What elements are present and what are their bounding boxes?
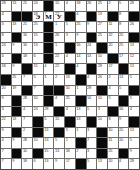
- letter-cell[interactable]: 24: [33, 107, 43, 117]
- black-cell: [65, 43, 75, 53]
- letter-cell[interactable]: 13: [44, 159, 54, 169]
- black-cell: [129, 117, 139, 127]
- letter-cell[interactable]: 3: [1, 107, 11, 117]
- letter-cell[interactable]: 16: [76, 43, 86, 53]
- cell-number: 4: [76, 64, 78, 68]
- letter-cell[interactable]: 5: [65, 22, 75, 32]
- letter-cell[interactable]: 18: [65, 149, 75, 159]
- cell-number: 25: [108, 149, 112, 153]
- letter-cell[interactable]: 13: [76, 117, 86, 127]
- letter-cell[interactable]: 11: [108, 22, 118, 32]
- cell-number: 24: [34, 1, 38, 5]
- letter-cell[interactable]: 4: [119, 159, 129, 169]
- cell-number: 16: [76, 43, 80, 47]
- cell-number: 4: [66, 1, 68, 5]
- cell-number: 28: [87, 86, 91, 90]
- cell-number: 9: [2, 96, 4, 100]
- letter-cell[interactable]: 22: [54, 54, 64, 64]
- cell-number: 9: [12, 138, 14, 142]
- cell-letter: У: [54, 14, 64, 21]
- black-cell: [76, 96, 86, 106]
- cell-number: 10: [98, 117, 102, 121]
- cell-number: 8: [119, 22, 121, 26]
- letter-cell[interactable]: 1: [76, 128, 86, 138]
- black-cell: [12, 54, 22, 64]
- letter-cell[interactable]: 8: [108, 117, 118, 127]
- letter-cell[interactable]: 4: [1, 12, 11, 22]
- black-cell: [12, 12, 22, 22]
- letter-cell[interactable]: 18: [76, 1, 86, 11]
- cell-number: 8: [2, 33, 4, 37]
- letter-cell[interactable]: 16: [119, 107, 129, 117]
- letter-cell[interactable]: 1: [44, 75, 54, 85]
- letter-cell[interactable]: 28: [1, 1, 11, 11]
- cell-number: 8: [119, 12, 121, 16]
- letter-cell[interactable]: 1: [54, 43, 64, 53]
- letter-cell[interactable]: 26: [54, 33, 64, 43]
- letter-cell[interactable]: 18: [22, 54, 32, 64]
- black-cell: [65, 12, 75, 22]
- letter-cell[interactable]: 10: [97, 117, 107, 127]
- letter-cell[interactable]: 10: [33, 138, 43, 148]
- letter-cell[interactable]: 13: [129, 43, 139, 53]
- letter-cell[interactable]: 20: [1, 86, 11, 96]
- letter-cell[interactable]: 3: [87, 128, 97, 138]
- cell-number: 5: [119, 1, 121, 5]
- letter-cell[interactable]: 2: [108, 75, 118, 85]
- cell-number: 1: [55, 43, 57, 47]
- cell-number: 13: [44, 159, 48, 163]
- cell-number: 7: [87, 138, 89, 142]
- letter-cell[interactable]: 26: [129, 22, 139, 32]
- letter-cell[interactable]: 12: [129, 54, 139, 64]
- black-cell: [87, 64, 97, 74]
- cell-number: 9: [2, 128, 4, 132]
- cell-number: 10: [119, 138, 123, 142]
- cell-number: 9: [55, 159, 57, 163]
- letter-cell[interactable]: 26: [87, 1, 97, 11]
- cell-number: 28: [44, 107, 48, 111]
- letter-cell[interactable]: 4: [65, 107, 75, 117]
- cell-number: 13: [76, 117, 80, 121]
- letter-cell[interactable]: 25: [97, 33, 107, 43]
- letter-cell[interactable]: 5: [129, 138, 139, 148]
- letter-cell[interactable]: 3: [1, 22, 11, 32]
- letter-cell[interactable]: 19: [12, 86, 22, 96]
- black-cell: [12, 149, 22, 159]
- black-cell: [54, 86, 64, 96]
- cell-number: 26: [98, 75, 102, 79]
- cell-number: 6: [34, 159, 36, 163]
- letter-cell[interactable]: 25: [76, 22, 86, 32]
- cell-number: 20: [119, 33, 123, 37]
- letter-cell[interactable]: 13: [119, 75, 129, 85]
- cell-number: 5: [119, 86, 121, 90]
- letter-cell[interactable]: 5: [65, 128, 75, 138]
- letter-cell[interactable]: 13: [44, 128, 54, 138]
- cell-number: 10: [66, 86, 70, 90]
- letter-cell[interactable]: 7М: [44, 12, 54, 22]
- cell-number: 2: [55, 75, 57, 79]
- letter-cell[interactable]: 24: [87, 43, 97, 53]
- letter-cell[interactable]: 16: [87, 96, 97, 106]
- letter-cell[interactable]: 2: [76, 149, 86, 159]
- letter-cell[interactable]: 8: [119, 22, 129, 32]
- letter-cell[interactable]: 10: [22, 149, 32, 159]
- cell-number: 20: [119, 128, 123, 132]
- letter-cell[interactable]: 5: [33, 75, 43, 85]
- cell-number: 5: [87, 159, 89, 163]
- cell-number: 4: [44, 64, 46, 68]
- cell-number: 4: [76, 12, 78, 16]
- letter-cell[interactable]: 28: [22, 96, 32, 106]
- letter-cell[interactable]: 13: [54, 149, 64, 159]
- cell-number: 22: [108, 33, 112, 37]
- letter-cell[interactable]: 24: [33, 1, 43, 11]
- cell-number: 3: [66, 33, 68, 37]
- letter-cell[interactable]: 8: [1, 33, 11, 43]
- letter-cell[interactable]: 5: [87, 159, 97, 169]
- cell-number: 17: [119, 54, 123, 58]
- cell-number: 27: [98, 22, 102, 26]
- cell-number: 13: [130, 128, 134, 132]
- black-cell: [44, 33, 54, 43]
- cell-number: 10: [98, 96, 102, 100]
- letter-cell[interactable]: 15: [44, 149, 54, 159]
- letter-cell[interactable]: 14: [76, 54, 86, 64]
- black-cell: [65, 64, 75, 74]
- letter-cell[interactable]: 25: [33, 22, 43, 32]
- letter-cell[interactable]: 7: [87, 138, 97, 148]
- cell-number: 24: [34, 107, 38, 111]
- letter-cell[interactable]: 22: [108, 33, 118, 43]
- letter-cell[interactable]: 5: [129, 96, 139, 106]
- cell-number: 13: [34, 43, 38, 47]
- cell-letter: Э: [33, 14, 43, 21]
- letter-cell[interactable]: 13: [33, 43, 43, 53]
- cell-number: 4: [119, 159, 121, 163]
- cell-letter: М: [44, 14, 54, 21]
- letter-cell[interactable]: 18: [1, 64, 11, 74]
- letter-cell[interactable]: 24: [1, 43, 11, 53]
- letter-cell[interactable]: 4: [129, 107, 139, 117]
- cell-number: 7: [23, 75, 25, 79]
- cell-number: 5: [44, 117, 46, 121]
- letter-cell[interactable]: 10: [119, 138, 129, 148]
- letter-cell[interactable]: 5: [44, 117, 54, 127]
- cell-number: 28: [130, 1, 134, 5]
- letter-cell[interactable]: 28: [22, 138, 32, 148]
- cell-number: 20: [108, 159, 112, 163]
- letter-cell[interactable]: 16: [22, 43, 32, 53]
- letter-cell[interactable]: 13: [129, 64, 139, 74]
- cell-number: 5: [108, 96, 110, 100]
- cell-number: 5: [66, 128, 68, 132]
- cell-number: 13: [130, 64, 134, 68]
- letter-cell[interactable]: 8: [119, 12, 129, 22]
- black-cell: [108, 54, 118, 64]
- black-cell: [22, 86, 32, 96]
- letter-cell[interactable]: 18Э: [33, 12, 43, 22]
- letter-cell[interactable]: 15: [33, 33, 43, 43]
- letter-cell[interactable]: 15: [54, 1, 64, 11]
- cell-number: 3: [98, 107, 100, 111]
- cell-number: 5: [34, 75, 36, 79]
- letter-cell[interactable]: 9: [76, 33, 86, 43]
- cell-number: 5: [87, 107, 89, 111]
- codeword-board: 281321241541826252528418Э7М22У4138313212…: [0, 0, 140, 170]
- letter-cell[interactable]: 28: [87, 86, 97, 96]
- letter-cell[interactable]: 28: [129, 159, 139, 169]
- letter-cell[interactable]: 2: [22, 128, 32, 138]
- letter-cell[interactable]: 4: [87, 75, 97, 85]
- letter-cell[interactable]: 27: [97, 22, 107, 32]
- letter-cell[interactable]: 1: [76, 86, 86, 96]
- letter-cell[interactable]: 28: [97, 64, 107, 74]
- letter-cell[interactable]: 13: [12, 22, 22, 32]
- cell-number: 22: [2, 117, 6, 121]
- cell-number: 9: [12, 64, 14, 68]
- letter-cell[interactable]: 4: [44, 64, 54, 74]
- black-cell: [12, 33, 22, 43]
- letter-cell[interactable]: 11: [108, 138, 118, 148]
- black-cell: [97, 43, 107, 53]
- cell-number: 28: [98, 64, 102, 68]
- black-cell: [1, 75, 11, 85]
- cell-number: 11: [108, 22, 112, 26]
- letter-cell[interactable]: 22У: [54, 12, 64, 22]
- black-cell: [33, 128, 43, 138]
- letter-cell[interactable]: 4: [65, 1, 75, 11]
- letter-cell[interactable]: 13: [65, 75, 75, 85]
- letter-cell[interactable]: 1: [65, 138, 75, 148]
- letter-cell[interactable]: 4: [54, 96, 64, 106]
- letter-cell[interactable]: 2: [54, 75, 64, 85]
- letter-cell[interactable]: 5: [87, 107, 97, 117]
- letter-cell[interactable]: 9: [12, 43, 22, 53]
- letter-cell[interactable]: 20: [108, 159, 118, 169]
- letter-cell[interactable]: 4: [108, 86, 118, 96]
- letter-cell[interactable]: 16: [22, 33, 32, 43]
- letter-cell[interactable]: 5: [54, 138, 64, 148]
- cell-number: 2: [23, 128, 25, 132]
- letter-cell[interactable]: 2: [108, 1, 118, 11]
- cell-number: 4: [66, 54, 68, 58]
- letter-cell[interactable]: 7: [33, 86, 43, 96]
- letter-cell[interactable]: 1: [54, 22, 64, 32]
- letter-cell[interactable]: 9: [119, 117, 129, 127]
- black-cell: [54, 128, 64, 138]
- cell-number: 26: [87, 1, 91, 5]
- cell-number: 11: [108, 138, 112, 142]
- cell-number: 10: [23, 149, 27, 153]
- letter-cell[interactable]: 28: [44, 107, 54, 117]
- black-cell: [129, 12, 139, 22]
- cell-number: 4: [66, 107, 68, 111]
- cell-number: 25: [12, 75, 16, 79]
- letter-cell[interactable]: 4: [1, 54, 11, 64]
- black-cell: [76, 159, 86, 169]
- letter-cell[interactable]: 20: [108, 43, 118, 53]
- letter-cell[interactable]: 13: [44, 138, 54, 148]
- black-cell: [129, 33, 139, 43]
- letter-cell[interactable]: 3: [87, 149, 97, 159]
- black-cell: [54, 107, 64, 117]
- letter-cell[interactable]: 7: [1, 159, 11, 169]
- letter-cell[interactable]: 18: [22, 159, 32, 169]
- letter-cell[interactable]: 6: [33, 54, 43, 64]
- letter-cell[interactable]: 10: [33, 96, 43, 106]
- cell-number: 9: [12, 159, 14, 163]
- cell-number: 15: [34, 33, 38, 37]
- cell-number: 13: [130, 43, 134, 47]
- letter-cell[interactable]: 21: [22, 22, 32, 32]
- cell-number: 13: [87, 54, 91, 58]
- letter-cell[interactable]: 9: [12, 159, 22, 169]
- cell-number: 10: [34, 138, 38, 142]
- cell-number: 13: [12, 1, 16, 5]
- letter-cell[interactable]: 17: [119, 54, 129, 64]
- cell-number: 13: [44, 138, 48, 142]
- letter-cell[interactable]: 10: [97, 96, 107, 106]
- letter-cell[interactable]: 13: [129, 128, 139, 138]
- letter-cell[interactable]: 7: [22, 117, 32, 127]
- letter-cell[interactable]: 3: [97, 107, 107, 117]
- black-cell: [129, 86, 139, 96]
- cell-number: 1: [76, 86, 78, 90]
- black-cell: [44, 43, 54, 53]
- letter-cell[interactable]: 10: [65, 86, 75, 96]
- letter-cell[interactable]: 13: [97, 12, 107, 22]
- letter-cell[interactable]: 13: [12, 117, 22, 127]
- black-cell: [12, 96, 22, 106]
- cell-number: 15: [55, 117, 59, 121]
- letter-cell[interactable]: 9: [87, 22, 97, 32]
- letter-cell[interactable]: 13: [12, 1, 22, 11]
- letter-cell[interactable]: 26: [97, 75, 107, 85]
- letter-cell[interactable]: 13: [76, 107, 86, 117]
- cell-number: 7: [34, 86, 36, 90]
- cell-number: 17: [66, 159, 70, 163]
- cell-number: 18: [2, 64, 6, 68]
- cell-number: 28: [130, 159, 134, 163]
- letter-cell[interactable]: 28: [129, 1, 139, 11]
- letter-cell[interactable]: 5: [129, 75, 139, 85]
- black-cell: [22, 12, 32, 22]
- black-cell: [12, 107, 22, 117]
- cell-number: 2: [108, 1, 110, 5]
- black-cell: [44, 86, 54, 96]
- letter-cell[interactable]: 5: [119, 1, 129, 11]
- letter-cell[interactable]: 20: [119, 33, 129, 43]
- black-cell: [97, 149, 107, 159]
- letter-cell[interactable]: 17: [108, 64, 118, 74]
- cell-number: 9: [119, 117, 121, 121]
- letter-cell[interactable]: 13: [87, 54, 97, 64]
- cell-number: 5: [66, 22, 68, 26]
- cell-number: 3: [87, 128, 89, 132]
- letter-cell[interactable]: 17: [65, 159, 75, 169]
- cell-number: 25: [66, 96, 70, 100]
- cell-number: 5: [130, 96, 132, 100]
- letter-cell[interactable]: 25: [108, 149, 118, 159]
- letter-cell[interactable]: 25: [119, 43, 129, 53]
- letter-cell[interactable]: 5: [119, 86, 129, 96]
- letter-cell[interactable]: 10: [97, 54, 107, 64]
- letter-cell[interactable]: 4: [65, 54, 75, 64]
- letter-cell[interactable]: 9: [1, 128, 11, 138]
- cell-number: 3: [87, 149, 89, 153]
- letter-cell[interactable]: 22: [1, 117, 11, 127]
- cell-number: 16: [23, 43, 27, 47]
- letter-cell[interactable]: 25: [97, 1, 107, 11]
- letter-cell[interactable]: 4: [76, 64, 86, 74]
- black-cell: [108, 12, 118, 22]
- letter-cell[interactable]: 22: [54, 64, 64, 74]
- black-cell: [87, 33, 97, 43]
- cell-number: 7: [23, 117, 25, 121]
- letter-cell[interactable]: 4: [22, 107, 32, 117]
- letter-cell[interactable]: 9: [54, 159, 64, 169]
- letter-cell[interactable]: 21: [22, 1, 32, 11]
- black-cell: [44, 54, 54, 64]
- letter-cell[interactable]: 9: [129, 149, 139, 159]
- letter-cell[interactable]: 25: [12, 75, 22, 85]
- letter-cell[interactable]: 9: [12, 138, 22, 148]
- cell-number: 9: [87, 22, 89, 26]
- letter-cell[interactable]: 6: [33, 159, 43, 169]
- letter-cell[interactable]: 13: [97, 159, 107, 169]
- cell-number: 15: [55, 1, 59, 5]
- cell-number: 5: [130, 75, 132, 79]
- letter-cell[interactable]: 7: [1, 149, 11, 159]
- cell-number: 18: [23, 159, 27, 163]
- cell-number: 18: [23, 54, 27, 58]
- cell-number: 20: [2, 86, 6, 90]
- cell-number: 1: [55, 22, 57, 26]
- letter-cell[interactable]: 15: [54, 117, 64, 127]
- letter-cell[interactable]: 9: [12, 64, 22, 74]
- cell-number: 22: [55, 54, 59, 58]
- letter-cell[interactable]: 4: [1, 138, 11, 148]
- cell-number: 16: [119, 107, 123, 111]
- cell-number: 13: [98, 12, 102, 16]
- letter-cell[interactable]: 7: [22, 75, 32, 85]
- cell-number: 13: [98, 159, 102, 163]
- black-cell: [108, 107, 118, 117]
- letter-cell[interactable]: 5: [108, 96, 118, 106]
- cell-number: 25: [98, 1, 102, 5]
- letter-cell[interactable]: 15: [33, 64, 43, 74]
- cell-number: 18: [76, 1, 80, 5]
- black-cell: [87, 12, 97, 22]
- cell-number: 25: [76, 22, 80, 26]
- cell-number: 26: [130, 22, 134, 26]
- letter-cell[interactable]: 4: [76, 12, 86, 22]
- cell-number: 9: [130, 149, 132, 153]
- letter-cell[interactable]: 9: [1, 96, 11, 106]
- cell-number: 13: [55, 149, 59, 153]
- letter-cell[interactable]: 10: [108, 128, 118, 138]
- black-cell: [97, 128, 107, 138]
- black-cell: [119, 64, 129, 74]
- cell-number: 25: [119, 43, 123, 47]
- letter-cell[interactable]: 3: [65, 33, 75, 43]
- letter-cell[interactable]: 20: [119, 128, 129, 138]
- black-cell: [22, 64, 32, 74]
- black-cell: [33, 117, 43, 127]
- letter-cell[interactable]: 25: [65, 96, 75, 106]
